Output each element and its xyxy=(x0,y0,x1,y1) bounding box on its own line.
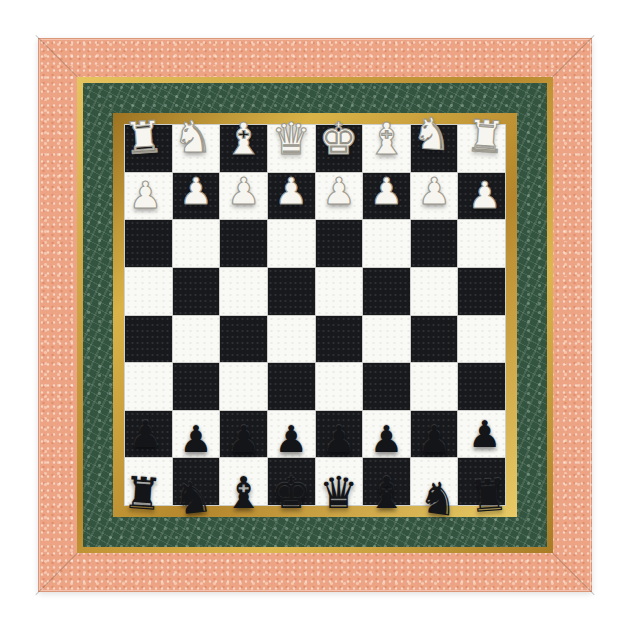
square-r3c3[interactable] xyxy=(268,268,315,315)
square-r6c1[interactable]: ♟ xyxy=(173,411,220,458)
white-knight[interactable]: ♞ xyxy=(411,111,453,157)
square-r6c7[interactable]: ♟ xyxy=(458,411,505,458)
white-pawn[interactable]: ♟ xyxy=(417,173,450,210)
black-pawn[interactable]: ♟ xyxy=(179,421,212,458)
square-r3c2[interactable] xyxy=(220,268,267,315)
square-r7c4[interactable]: ♛ xyxy=(316,458,363,505)
black-pawn[interactable]: ♟ xyxy=(227,421,260,458)
square-r0c4[interactable]: ♚ xyxy=(316,125,363,172)
square-r4c6[interactable] xyxy=(411,316,458,363)
white-knight[interactable]: ♞ xyxy=(173,115,212,159)
square-r7c6[interactable]: ♞ xyxy=(411,458,458,505)
white-pawn[interactable]: ♟ xyxy=(129,177,162,214)
square-r4c5[interactable] xyxy=(363,316,410,363)
square-r7c2[interactable]: ♝ xyxy=(220,458,267,505)
black-pawn[interactable]: ♟ xyxy=(275,421,308,458)
square-r7c5[interactable]: ♝ xyxy=(363,458,410,505)
white-bishop[interactable]: ♝ xyxy=(224,117,263,161)
square-r7c3[interactable]: ♚ xyxy=(268,458,315,505)
square-r2c5[interactable] xyxy=(363,220,410,267)
board: ♜♞♝♛♚♝♞♜♟♟♟♟♟♟♟♟♟♟♟♟♟♟♟♟♜♞♝♚♛♝♞♜ xyxy=(124,124,506,506)
square-r6c2[interactable]: ♟ xyxy=(220,411,267,458)
square-r0c0[interactable]: ♜ xyxy=(125,125,172,172)
square-r4c3[interactable] xyxy=(268,316,315,363)
white-pawn[interactable]: ♟ xyxy=(275,173,308,210)
square-r7c7[interactable]: ♜ xyxy=(458,458,505,505)
square-r1c4[interactable]: ♟ xyxy=(316,173,363,220)
square-r3c7[interactable] xyxy=(458,268,505,315)
square-r1c1[interactable]: ♟ xyxy=(173,173,220,220)
square-r4c7[interactable] xyxy=(458,316,505,363)
square-r1c5[interactable]: ♟ xyxy=(363,173,410,220)
black-king[interactable]: ♚ xyxy=(271,471,310,515)
white-king[interactable]: ♚ xyxy=(319,117,358,161)
square-r1c2[interactable]: ♟ xyxy=(220,173,267,220)
black-knight[interactable]: ♞ xyxy=(171,474,215,522)
square-r7c0[interactable]: ♜ xyxy=(125,458,172,505)
square-r3c6[interactable] xyxy=(411,268,458,315)
white-pawn[interactable]: ♟ xyxy=(322,173,355,210)
square-r6c4[interactable]: ♟ xyxy=(316,411,363,458)
square-r1c0[interactable]: ♟ xyxy=(125,173,172,220)
square-r6c6[interactable]: ♟ xyxy=(411,411,458,458)
square-r6c5[interactable]: ♟ xyxy=(363,411,410,458)
chess-set-photo: ♜♞♝♛♚♝♞♜♟♟♟♟♟♟♟♟♟♟♟♟♟♟♟♟♜♞♝♚♛♝♞♜ xyxy=(0,0,630,630)
square-r4c2[interactable] xyxy=(220,316,267,363)
black-rook[interactable]: ♜ xyxy=(121,470,163,517)
square-r2c0[interactable] xyxy=(125,220,172,267)
square-r5c7[interactable] xyxy=(458,363,505,410)
square-r2c2[interactable] xyxy=(220,220,267,267)
square-r4c4[interactable] xyxy=(316,316,363,363)
white-queen[interactable]: ♛ xyxy=(271,117,310,161)
square-r0c2[interactable]: ♝ xyxy=(220,125,267,172)
square-r3c4[interactable] xyxy=(316,268,363,315)
square-r2c7[interactable] xyxy=(458,220,505,267)
square-r0c5[interactable]: ♝ xyxy=(363,125,410,172)
square-r3c5[interactable] xyxy=(363,268,410,315)
square-r2c4[interactable] xyxy=(316,220,363,267)
white-pawn[interactable]: ♟ xyxy=(468,177,501,214)
square-r5c0[interactable] xyxy=(125,363,172,410)
square-r0c6[interactable]: ♞ xyxy=(411,125,458,172)
square-r3c1[interactable] xyxy=(173,268,220,315)
square-r2c1[interactable] xyxy=(173,220,220,267)
white-pawn[interactable]: ♟ xyxy=(370,173,403,210)
square-r2c3[interactable] xyxy=(268,220,315,267)
white-rook[interactable]: ♜ xyxy=(122,115,164,162)
black-pawn[interactable]: ♟ xyxy=(322,421,355,458)
white-bishop[interactable]: ♝ xyxy=(367,117,406,161)
square-r5c5[interactable] xyxy=(363,363,410,410)
square-r1c3[interactable]: ♟ xyxy=(268,173,315,220)
square-r0c3[interactable]: ♛ xyxy=(268,125,315,172)
square-r5c6[interactable] xyxy=(411,363,458,410)
square-r5c1[interactable] xyxy=(173,363,220,410)
black-pawn[interactable]: ♟ xyxy=(129,416,162,453)
black-rook[interactable]: ♜ xyxy=(467,472,509,519)
white-pawn[interactable]: ♟ xyxy=(179,173,212,210)
white-rook[interactable]: ♜ xyxy=(464,114,506,161)
square-r4c0[interactable] xyxy=(125,316,172,363)
black-knight[interactable]: ♞ xyxy=(416,474,461,523)
square-r2c6[interactable] xyxy=(411,220,458,267)
square-r1c6[interactable]: ♟ xyxy=(411,173,458,220)
square-r4c1[interactable] xyxy=(173,316,220,363)
square-r6c0[interactable]: ♟ xyxy=(125,411,172,458)
square-r0c7[interactable]: ♜ xyxy=(458,125,505,172)
white-pawn[interactable]: ♟ xyxy=(227,173,260,210)
black-queen[interactable]: ♛ xyxy=(319,471,358,515)
square-r1c7[interactable]: ♟ xyxy=(458,173,505,220)
black-bishop[interactable]: ♝ xyxy=(367,471,406,515)
black-pawn[interactable]: ♟ xyxy=(417,421,450,458)
black-pawn[interactable]: ♟ xyxy=(468,416,501,453)
square-r5c4[interactable] xyxy=(316,363,363,410)
square-r0c1[interactable]: ♞ xyxy=(173,125,220,172)
square-r3c0[interactable] xyxy=(125,268,172,315)
square-r5c3[interactable] xyxy=(268,363,315,410)
square-r7c1[interactable]: ♞ xyxy=(173,458,220,505)
square-r6c3[interactable]: ♟ xyxy=(268,411,315,458)
black-pawn[interactable]: ♟ xyxy=(370,421,403,458)
square-r5c2[interactable] xyxy=(220,363,267,410)
black-bishop[interactable]: ♝ xyxy=(224,471,263,515)
